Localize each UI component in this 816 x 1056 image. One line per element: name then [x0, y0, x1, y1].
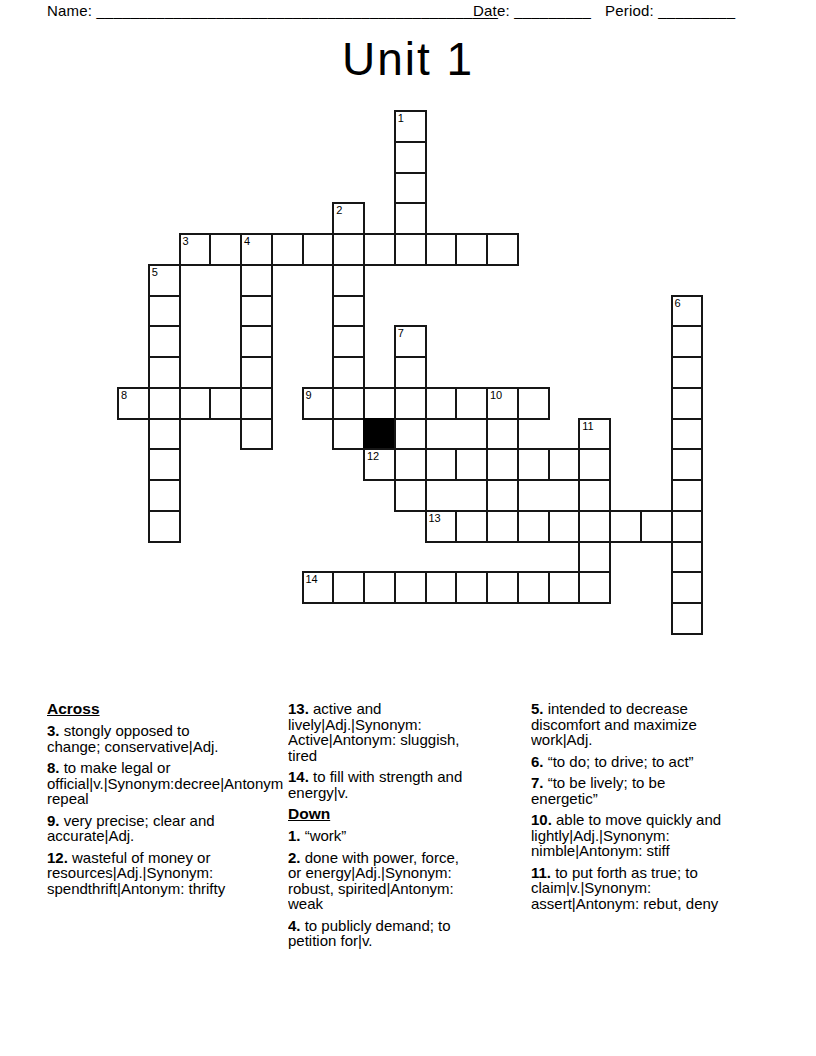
clue-9-across: 9. very precise; clear and accurate|Adj. [47, 813, 284, 844]
grid-cell[interactable] [671, 541, 704, 574]
grid-cell[interactable] [425, 448, 458, 481]
grid-cell[interactable] [671, 325, 704, 358]
grid-cell[interactable]: 6 [671, 295, 704, 328]
clue-number: 14 [306, 573, 318, 585]
clue-4-down: 4. to publicly demand; to petition for|v… [288, 918, 530, 949]
page-title: Unit 1 [0, 36, 816, 82]
grid-cell[interactable]: 10 [486, 387, 519, 420]
clue-column-2: 13. active and lively|Adj.|Synonym: Acti… [288, 701, 530, 961]
grid-cell[interactable]: 4 [240, 233, 273, 266]
grid-cell[interactable] [394, 356, 427, 389]
grid-cell[interactable] [332, 264, 365, 297]
down-header: Down [288, 806, 530, 822]
grid-cell[interactable] [394, 233, 427, 266]
clue-number: 11 [582, 420, 593, 432]
grid-cell[interactable] [394, 172, 427, 205]
grid-cell[interactable] [578, 479, 611, 512]
grid-cell[interactable] [486, 479, 519, 512]
clue-11-down: 11. to put forth as true; to claim|v.|Sy… [531, 865, 773, 912]
grid-cell[interactable] [332, 233, 365, 266]
grid-cell[interactable] [640, 510, 673, 543]
clue-1-down: 1. “work” [288, 828, 530, 844]
grid-cell[interactable] [394, 202, 427, 235]
clue-number: 1 [398, 112, 404, 124]
grid-cell[interactable] [671, 387, 704, 420]
grid-cell[interactable] [148, 418, 181, 451]
grid-cell[interactable] [486, 418, 519, 451]
clue-2-down: 2. done with power, force, or energy|Adj… [288, 850, 530, 912]
grid-cell[interactable] [209, 233, 242, 266]
grid-cell[interactable] [394, 479, 427, 512]
grid-cell[interactable] [148, 325, 181, 358]
grid-cell[interactable] [486, 571, 519, 604]
grid-cell[interactable] [455, 448, 488, 481]
grid-cell[interactable]: 11 [578, 418, 611, 451]
grid-cell[interactable] [363, 387, 396, 420]
grid-cell[interactable] [240, 264, 273, 297]
grid-cell[interactable] [332, 418, 365, 451]
name-field: Name: __________________________________… [47, 2, 498, 19]
grid-cell[interactable] [671, 602, 704, 635]
grid-cell[interactable] [148, 356, 181, 389]
clue-5-down: 5. intended to decrease discomfort and m… [531, 701, 773, 748]
grid-cell[interactable] [671, 356, 704, 389]
crossword-grid: 1234567891011121314 [117, 110, 704, 635]
clue-6-down: 6. “to do; to drive; to act” [531, 754, 773, 770]
grid-cell[interactable] [548, 571, 581, 604]
clue-8-across: 8. to make legal or official|v.|Synonym:… [47, 760, 284, 807]
grid-cell[interactable] [332, 356, 365, 389]
clue-number: 6 [675, 297, 681, 309]
grid-cell[interactable] [240, 387, 273, 420]
clue-column-3: 5. intended to decrease discomfort and m… [531, 701, 773, 931]
grid-cell[interactable] [609, 510, 642, 543]
clue-number: 2 [336, 204, 342, 216]
grid-cell[interactable] [548, 510, 581, 543]
grid-cell[interactable]: 14 [302, 571, 335, 604]
worksheet-page: Name: __________________________________… [0, 0, 816, 1056]
grid-cell[interactable]: 12 [363, 448, 396, 481]
grid-cell[interactable] [332, 295, 365, 328]
clue-7-down: 7. “to be lively; to be energetic” [531, 775, 773, 806]
blocked-cell [363, 418, 396, 451]
grid-cell[interactable]: 3 [179, 233, 212, 266]
grid-cell[interactable] [425, 233, 458, 266]
grid-cell[interactable] [578, 448, 611, 481]
grid-cell[interactable] [332, 571, 365, 604]
clue-number: 13 [429, 512, 441, 524]
grid-cell[interactable]: 1 [394, 110, 427, 143]
grid-cell[interactable] [363, 233, 396, 266]
grid-cell[interactable] [486, 448, 519, 481]
clue-number: 8 [121, 389, 127, 401]
across-header: Across [47, 701, 284, 717]
grid-cell[interactable]: 5 [148, 264, 181, 297]
grid-cell[interactable] [425, 571, 458, 604]
grid-cell[interactable] [148, 387, 181, 420]
grid-cell[interactable] [455, 387, 488, 420]
clue-3-across: 3. stongly opposed to change; conservati… [47, 723, 284, 754]
grid-cell[interactable] [455, 510, 488, 543]
grid-cell[interactable] [671, 571, 704, 604]
grid-cell[interactable] [394, 141, 427, 174]
clue-number: 5 [152, 266, 158, 278]
grid-cell[interactable] [240, 356, 273, 389]
clue-number: 12 [367, 450, 379, 462]
grid-cell[interactable] [209, 387, 242, 420]
clue-14-across: 14. to fill with strength and energy|v. [288, 769, 530, 800]
grid-cell[interactable] [671, 510, 704, 543]
grid-cell[interactable] [179, 387, 212, 420]
grid-cell[interactable] [148, 295, 181, 328]
grid-cell[interactable] [517, 571, 550, 604]
period-field: Period: _________ [605, 2, 735, 19]
grid-cell[interactable] [517, 510, 550, 543]
grid-cell[interactable] [148, 479, 181, 512]
grid-cell[interactable] [240, 295, 273, 328]
grid-cell[interactable] [394, 418, 427, 451]
grid-cell[interactable]: 8 [117, 387, 150, 420]
clue-column-1: Across 3. stongly opposed to change; con… [47, 701, 284, 921]
grid-cell[interactable] [671, 448, 704, 481]
clue-10-down: 10. able to move quickly and lightly|Adj… [531, 812, 773, 859]
grid-cell[interactable] [148, 448, 181, 481]
grid-cell[interactable] [455, 233, 488, 266]
grid-cell[interactable] [425, 387, 458, 420]
grid-cell[interactable] [394, 448, 427, 481]
clue-number: 7 [398, 327, 404, 339]
clue-13-across: 13. active and lively|Adj.|Synonym: Acti… [288, 701, 530, 763]
grid-cell[interactable] [486, 510, 519, 543]
grid-cell[interactable] [240, 418, 273, 451]
grid-cell[interactable]: 2 [332, 202, 365, 235]
clue-number: 9 [306, 389, 312, 401]
grid-cell[interactable] [517, 387, 550, 420]
date-field: Date: _________ [473, 2, 591, 19]
grid-cell[interactable] [455, 571, 488, 604]
grid-cell[interactable] [578, 541, 611, 574]
grid-cell[interactable]: 13 [425, 510, 458, 543]
grid-cell[interactable] [486, 233, 519, 266]
grid-cell[interactable]: 9 [302, 387, 335, 420]
grid-cell[interactable] [363, 571, 396, 604]
grid-cell[interactable] [394, 571, 427, 604]
clue-number: 4 [244, 235, 250, 247]
grid-cell[interactable] [548, 448, 581, 481]
grid-cell[interactable] [271, 233, 304, 266]
grid-cell[interactable] [302, 233, 335, 266]
grid-cell[interactable] [671, 418, 704, 451]
grid-cell[interactable] [578, 510, 611, 543]
grid-cell[interactable]: 7 [394, 325, 427, 358]
grid-cell[interactable] [332, 387, 365, 420]
grid-cell[interactable] [332, 325, 365, 358]
grid-cell[interactable] [148, 510, 181, 543]
clue-number: 10 [490, 389, 502, 401]
clue-12-across: 12. wasteful of money or resources|Adj.|… [47, 850, 284, 897]
grid-cell[interactable] [240, 325, 273, 358]
grid-cell[interactable] [517, 448, 550, 481]
grid-cell[interactable] [578, 571, 611, 604]
grid-cell[interactable] [394, 387, 427, 420]
clue-number: 3 [183, 235, 189, 247]
grid-cell[interactable] [671, 479, 704, 512]
